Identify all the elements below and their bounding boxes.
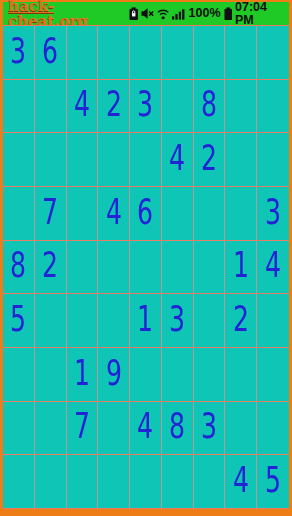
cell-value: 1 (233, 248, 249, 283)
cell-value: 6 (137, 195, 153, 230)
cell-r4c1[interactable] (3, 187, 35, 241)
cell-r8c6[interactable]: 8 (162, 402, 194, 456)
cell-r4c4[interactable]: 4 (98, 187, 130, 241)
cell-value: 7 (74, 409, 90, 444)
mute-icon (141, 7, 154, 20)
cell-r2c9[interactable] (257, 80, 289, 134)
cell-r1c4[interactable] (98, 26, 130, 80)
cell-r8c3[interactable]: 7 (67, 402, 99, 456)
cell-r6c5[interactable]: 1 (130, 294, 162, 348)
cell-r6c8[interactable]: 2 (225, 294, 257, 348)
cell-r2c1[interactable] (3, 80, 35, 134)
cell-value: 4 (137, 409, 153, 444)
cell-r8c9[interactable] (257, 402, 289, 456)
cell-value: 3 (137, 87, 153, 122)
cell-r6c7[interactable] (194, 294, 226, 348)
cell-r4c5[interactable]: 6 (130, 187, 162, 241)
cell-r2c5[interactable]: 3 (130, 80, 162, 134)
cell-value: 9 (106, 356, 122, 391)
cell-value: 1 (137, 302, 153, 337)
cell-value: 2 (201, 141, 217, 176)
cell-r5c6[interactable] (162, 241, 194, 295)
cell-r8c8[interactable] (225, 402, 257, 456)
cell-r9c4[interactable] (98, 455, 130, 509)
cell-r3c4[interactable] (98, 133, 130, 187)
battery-icon (224, 7, 232, 21)
cell-r1c3[interactable] (67, 26, 99, 80)
cell-r4c9[interactable]: 3 (257, 187, 289, 241)
cell-r6c2[interactable] (35, 294, 67, 348)
cell-r5c2[interactable]: 2 (35, 241, 67, 295)
cell-r9c5[interactable] (130, 455, 162, 509)
cell-r8c7[interactable]: 3 (194, 402, 226, 456)
cell-r9c9[interactable]: 5 (257, 455, 289, 509)
battery-percent: 100% (189, 7, 221, 20)
cell-r1c8[interactable] (225, 26, 257, 80)
sudoku-board: 3642384274638214513219748345 (3, 25, 289, 509)
cell-value: 5 (265, 463, 281, 498)
cell-value: 7 (42, 195, 58, 230)
cell-value: 4 (106, 195, 122, 230)
cell-value: 8 (10, 248, 26, 283)
cell-r2c2[interactable] (35, 80, 67, 134)
cell-r4c8[interactable] (225, 187, 257, 241)
cell-r5c4[interactable] (98, 241, 130, 295)
cell-r8c2[interactable] (35, 402, 67, 456)
cell-r2c6[interactable] (162, 80, 194, 134)
cell-r9c3[interactable] (67, 455, 99, 509)
cell-r3c8[interactable] (225, 133, 257, 187)
cell-r1c1[interactable]: 3 (3, 26, 35, 80)
cell-r9c2[interactable] (35, 455, 67, 509)
cell-r2c7[interactable]: 8 (194, 80, 226, 134)
clock: 07:04 PM (235, 1, 286, 26)
cell-value: 3 (265, 195, 281, 230)
cell-r7c7[interactable] (194, 348, 226, 402)
cell-r3c2[interactable] (35, 133, 67, 187)
cell-r8c5[interactable]: 4 (130, 402, 162, 456)
cell-r2c4[interactable]: 2 (98, 80, 130, 134)
cell-r2c8[interactable] (225, 80, 257, 134)
cell-r1c9[interactable] (257, 26, 289, 80)
cell-r7c9[interactable] (257, 348, 289, 402)
cell-r4c3[interactable] (67, 187, 99, 241)
cell-r5c1[interactable]: 8 (3, 241, 35, 295)
cell-value: 3 (10, 34, 26, 69)
status-bar: hack-cheat.org (3, 2, 289, 25)
phone-screen: hack-cheat.org (0, 0, 292, 516)
status-icons: 100% 07:04 PM (129, 1, 287, 26)
cell-r7c5[interactable] (130, 348, 162, 402)
cell-r7c3[interactable]: 1 (67, 348, 99, 402)
cell-r8c1[interactable] (3, 402, 35, 456)
wifi-icon (157, 8, 169, 20)
cell-r5c5[interactable] (130, 241, 162, 295)
signal-icon (172, 8, 185, 20)
cell-r3c7[interactable]: 2 (194, 133, 226, 187)
cell-value: 4 (265, 248, 281, 283)
cell-r9c1[interactable] (3, 455, 35, 509)
cell-r3c3[interactable] (67, 133, 99, 187)
cell-r4c2[interactable]: 7 (35, 187, 67, 241)
cell-r6c4[interactable] (98, 294, 130, 348)
cell-value: 4 (233, 463, 249, 498)
cell-value: 1 (74, 356, 90, 391)
cell-r1c6[interactable] (162, 26, 194, 80)
cell-r9c8[interactable]: 4 (225, 455, 257, 509)
cell-r3c1[interactable] (3, 133, 35, 187)
cell-r1c5[interactable] (130, 26, 162, 80)
cell-r8c4[interactable] (98, 402, 130, 456)
cell-r6c1[interactable]: 5 (3, 294, 35, 348)
cell-r7c1[interactable] (3, 348, 35, 402)
cell-value: 8 (201, 87, 217, 122)
cell-r3c9[interactable] (257, 133, 289, 187)
cell-r7c6[interactable] (162, 348, 194, 402)
cell-value: 3 (201, 409, 217, 444)
cell-value: 2 (106, 87, 122, 122)
cell-value: 8 (169, 409, 185, 444)
cell-r9c6[interactable] (162, 455, 194, 509)
cell-r3c5[interactable] (130, 133, 162, 187)
cell-value: 2 (233, 302, 249, 337)
cell-value: 5 (10, 302, 26, 337)
cell-r1c7[interactable] (194, 26, 226, 80)
cell-value: 3 (169, 302, 185, 337)
battery-saver-icon (129, 7, 138, 21)
cell-r5c7[interactable] (194, 241, 226, 295)
cell-r1c2[interactable]: 6 (35, 26, 67, 80)
cell-r4c6[interactable] (162, 187, 194, 241)
cell-value: 4 (74, 87, 90, 122)
cell-r5c9[interactable]: 4 (257, 241, 289, 295)
cell-r5c3[interactable] (67, 241, 99, 295)
cell-r7c8[interactable] (225, 348, 257, 402)
cell-r7c2[interactable] (35, 348, 67, 402)
cell-value: 4 (169, 141, 185, 176)
cell-r6c6[interactable]: 3 (162, 294, 194, 348)
cell-r4c7[interactable] (194, 187, 226, 241)
cell-r5c8[interactable]: 1 (225, 241, 257, 295)
cell-r3c6[interactable]: 4 (162, 133, 194, 187)
cell-r7c4[interactable]: 9 (98, 348, 130, 402)
cell-r6c3[interactable] (67, 294, 99, 348)
cell-r2c3[interactable]: 4 (67, 80, 99, 134)
cell-r6c9[interactable] (257, 294, 289, 348)
cell-value: 2 (42, 248, 58, 283)
cell-value: 6 (42, 34, 58, 69)
cell-r9c7[interactable] (194, 455, 226, 509)
